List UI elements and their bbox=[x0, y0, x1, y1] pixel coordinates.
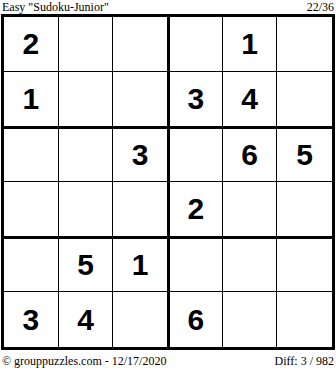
cell-r3c3: 3 bbox=[113, 127, 168, 182]
cell-r5c2: 5 bbox=[59, 237, 114, 292]
cell-r6c4: 6 bbox=[168, 292, 223, 347]
cell-r5c5[interactable] bbox=[223, 237, 278, 292]
cell-r3c1[interactable] bbox=[4, 127, 59, 182]
cell-r3c5: 6 bbox=[223, 127, 278, 182]
copyright-text: © grouppuzzles.com - 12/17/2020 bbox=[2, 354, 166, 368]
cell-r2c1: 1 bbox=[4, 72, 59, 127]
cell-r4c3[interactable] bbox=[113, 182, 168, 237]
cell-r4c6[interactable] bbox=[277, 182, 332, 237]
cell-r2c6[interactable] bbox=[277, 72, 332, 127]
cell-r2c4: 3 bbox=[168, 72, 223, 127]
cell-r3c4[interactable] bbox=[168, 127, 223, 182]
cell-r5c6[interactable] bbox=[277, 237, 332, 292]
sudoku-grid: 2 1 1 3 4 3 6 5 2 5 1 3 4 bbox=[1, 14, 335, 350]
puzzle-title: Easy "Sudoku-Junior" bbox=[2, 1, 109, 14]
cell-r2c2[interactable] bbox=[59, 72, 114, 127]
cell-r5c1[interactable] bbox=[4, 237, 59, 292]
cell-r5c4[interactable] bbox=[168, 237, 223, 292]
cell-r1c6[interactable] bbox=[277, 17, 332, 72]
cell-r1c5: 1 bbox=[223, 17, 278, 72]
cell-r6c2: 4 bbox=[59, 292, 114, 347]
footer: © grouppuzzles.com - 12/17/2020 Diff: 3 … bbox=[2, 353, 334, 368]
clue-counter: 22/36 bbox=[307, 1, 334, 14]
cell-r6c6[interactable] bbox=[277, 292, 332, 347]
cell-r4c1[interactable] bbox=[4, 182, 59, 237]
cell-r5c3: 1 bbox=[113, 237, 168, 292]
cell-r6c1: 3 bbox=[4, 292, 59, 347]
cell-r4c4: 2 bbox=[168, 182, 223, 237]
cell-r1c4[interactable] bbox=[168, 17, 223, 72]
cell-r6c5[interactable] bbox=[223, 292, 278, 347]
cell-r2c3[interactable] bbox=[113, 72, 168, 127]
cell-r3c6: 5 bbox=[277, 127, 332, 182]
cell-r4c2[interactable] bbox=[59, 182, 114, 237]
puzzle-page: Easy "Sudoku-Junior" 22/36 2 1 1 3 4 3 6… bbox=[0, 0, 336, 370]
cell-r4c5[interactable] bbox=[223, 182, 278, 237]
cell-r1c2[interactable] bbox=[59, 17, 114, 72]
difficulty-text: Diff: 3 / 982 bbox=[275, 354, 334, 368]
cell-r1c3[interactable] bbox=[113, 17, 168, 72]
cell-r6c3[interactable] bbox=[113, 292, 168, 347]
header: Easy "Sudoku-Junior" 22/36 bbox=[2, 0, 334, 14]
cell-r1c1: 2 bbox=[4, 17, 59, 72]
cell-r2c5: 4 bbox=[223, 72, 278, 127]
cell-r3c2[interactable] bbox=[59, 127, 114, 182]
